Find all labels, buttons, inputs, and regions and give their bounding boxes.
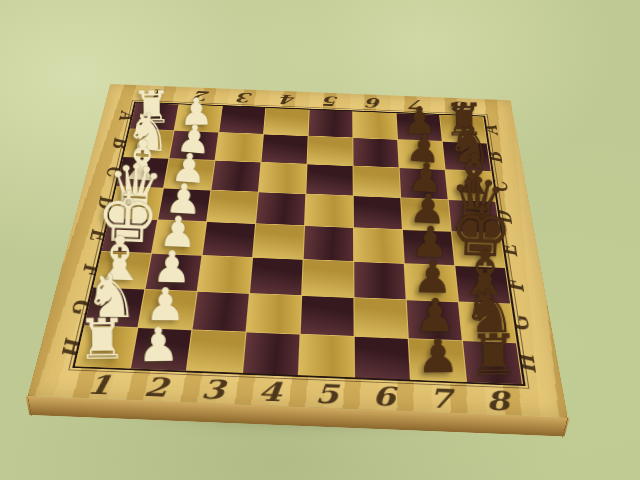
board-grid: ♜♟♟♜♞♟♟♞♝♟♟♝♛♟♟♛♚♟♟♚♝♟♟♝♞♟♟♞♜♟♟♜	[72, 102, 525, 386]
rank-label-8: 8	[468, 387, 528, 416]
square-e4[interactable]	[253, 224, 304, 259]
square-a3[interactable]	[219, 106, 265, 134]
square-d3[interactable]	[207, 190, 258, 223]
rank-label-5: 5	[310, 94, 353, 109]
square-d4[interactable]	[256, 192, 305, 225]
square-f3[interactable]	[198, 256, 252, 293]
board-side-right	[507, 99, 568, 438]
white-rook[interactable]: ♜	[77, 314, 128, 366]
square-a4[interactable]	[264, 108, 309, 136]
square-f5[interactable]	[302, 260, 353, 297]
rank-label-5: 5	[298, 380, 355, 408]
square-h7[interactable]: ♟	[409, 339, 466, 382]
square-f6[interactable]	[354, 262, 405, 299]
rank-label-6: 6	[355, 382, 413, 411]
square-h3[interactable]	[187, 330, 245, 373]
square-g6[interactable]	[354, 298, 407, 338]
square-g4[interactable]	[247, 294, 302, 334]
square-c5[interactable]	[306, 164, 352, 195]
rank-label-7: 7	[411, 385, 470, 414]
square-e6[interactable]	[354, 228, 404, 263]
square-h4[interactable]	[243, 332, 300, 375]
square-d6[interactable]	[354, 196, 402, 229]
square-b4[interactable]	[261, 134, 307, 163]
square-e5[interactable]	[304, 226, 353, 261]
square-c3[interactable]	[211, 161, 260, 192]
square-a6[interactable]	[353, 111, 397, 139]
square-b5[interactable]	[307, 136, 352, 165]
square-a5[interactable]	[309, 110, 353, 138]
rank-label-1: 1	[68, 371, 130, 399]
square-h6[interactable]	[355, 337, 410, 380]
square-g5[interactable]	[301, 296, 354, 336]
chess-board: 12345678 12345678 ABCDEFGH ABCDEFGH ♜♟♟♜…	[28, 84, 568, 417]
square-b3[interactable]	[215, 133, 263, 162]
square-h2[interactable]: ♟	[131, 328, 191, 371]
black-pawn[interactable]: ♟	[417, 336, 460, 380]
rank-label-4: 4	[240, 378, 299, 406]
black-rook[interactable]: ♜	[469, 329, 520, 381]
white-pawn[interactable]: ♟	[137, 324, 180, 368]
table-background: 12345678 12345678 ABCDEFGH ABCDEFGH ♜♟♟♜…	[0, 0, 640, 480]
square-h5[interactable]	[299, 335, 354, 378]
square-e3[interactable]	[203, 222, 255, 257]
square-c6[interactable]	[354, 166, 401, 197]
rank-label-4: 4	[266, 92, 310, 107]
square-h1[interactable]: ♜	[75, 326, 137, 368]
rank-label-6: 6	[353, 95, 396, 110]
square-h8[interactable]: ♜	[463, 341, 522, 384]
square-d5[interactable]	[305, 194, 353, 227]
rank-label-2: 2	[125, 373, 186, 401]
square-g3[interactable]	[193, 292, 249, 332]
rank-label-3: 3	[183, 375, 243, 403]
square-c4[interactable]	[259, 163, 307, 194]
rank-label-3: 3	[223, 90, 267, 105]
square-f4[interactable]	[250, 258, 303, 295]
square-b6[interactable]	[353, 138, 398, 167]
